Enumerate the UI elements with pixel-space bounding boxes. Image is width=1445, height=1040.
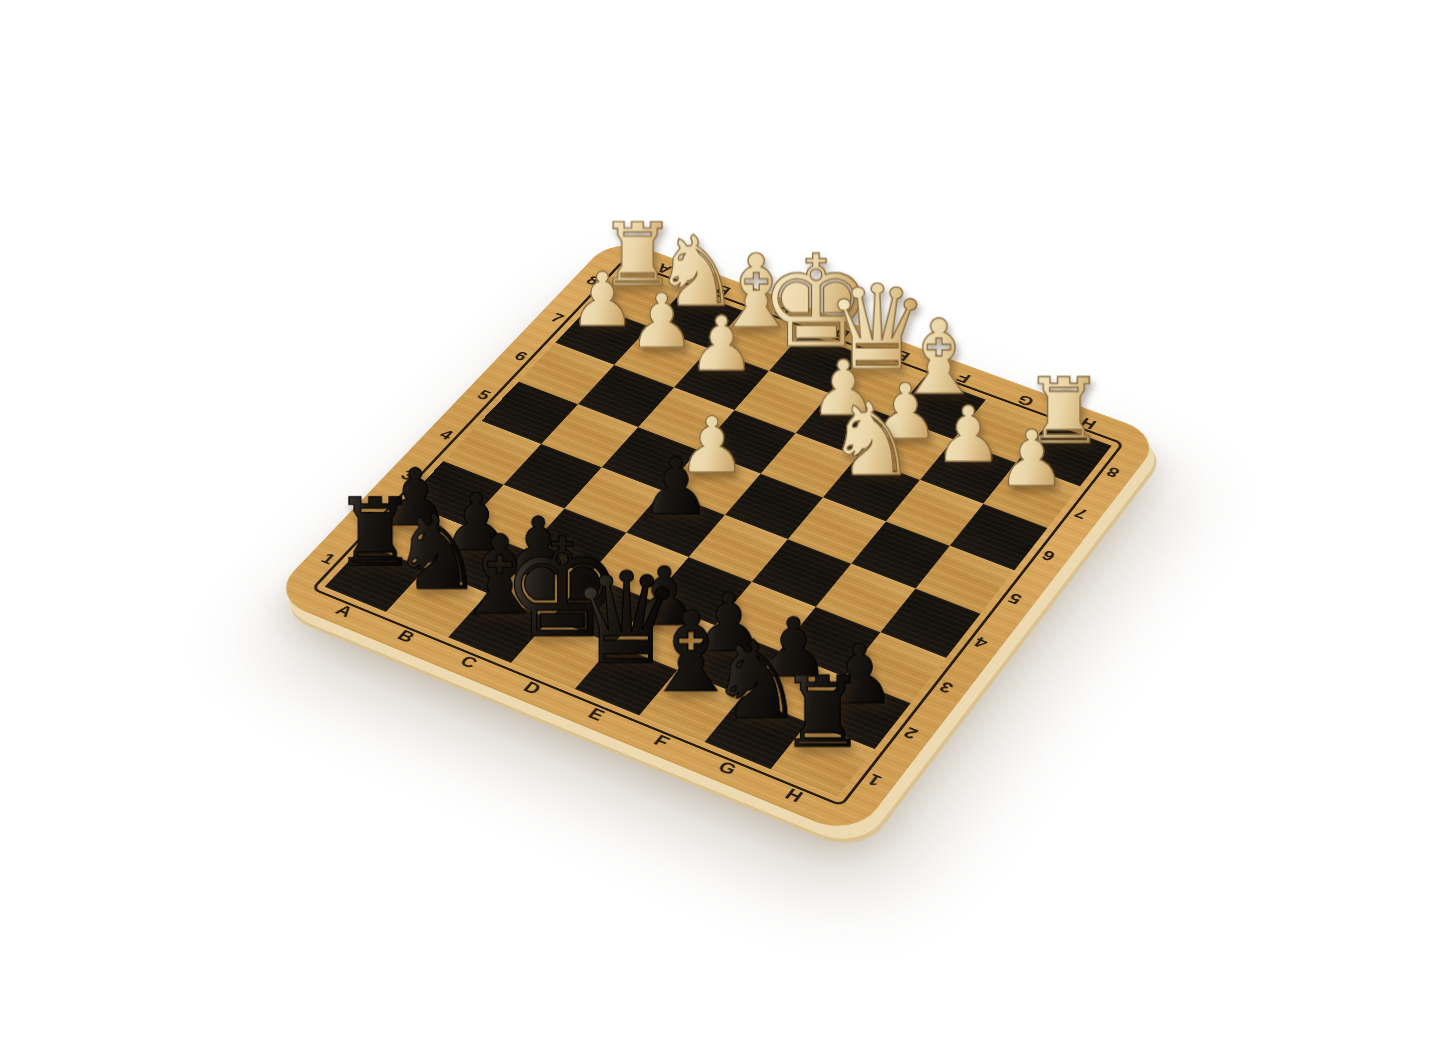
chess-board: ABCDEFGH ABCDEFGH 87654321 87654321 ♜♞♝♚… — [269, 237, 1163, 838]
white-pawn[interactable]: ♟ — [934, 398, 1003, 471]
white-pawn[interactable]: ♟ — [997, 421, 1067, 495]
white-knight[interactable]: ♞ — [826, 392, 917, 488]
product-photo-scene: ABCDEFGH ABCDEFGH 87654321 87654321 ♜♞♝♚… — [0, 0, 1445, 1040]
white-pawn[interactable]: ♟ — [628, 286, 695, 357]
white-pawn[interactable]: ♟ — [569, 264, 636, 335]
black-pawn[interactable]: ♟ — [641, 450, 711, 524]
black-rook[interactable]: ♜ — [779, 667, 866, 760]
white-pawn[interactable]: ♟ — [688, 308, 756, 380]
board-grid: ♜♞♝♚♛♝♜♟♟♟♟♟♟♟♞♟♟♟♟♟♟♟♟♟♜♞♝♚♛♝♞♜ — [325, 268, 1112, 797]
board-surface: ABCDEFGH ABCDEFGH 87654321 87654321 ♜♞♝♚… — [269, 237, 1163, 838]
